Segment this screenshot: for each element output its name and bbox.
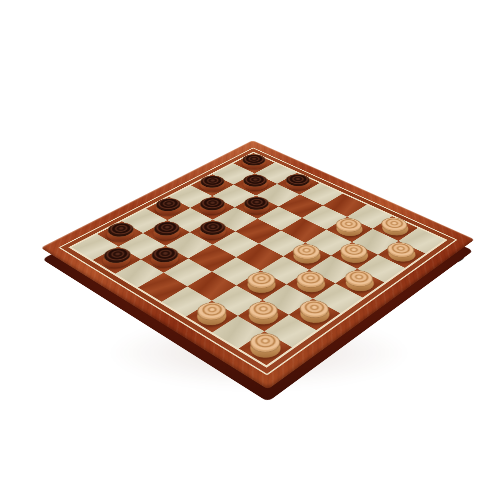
product-photo-scene xyxy=(0,0,500,500)
